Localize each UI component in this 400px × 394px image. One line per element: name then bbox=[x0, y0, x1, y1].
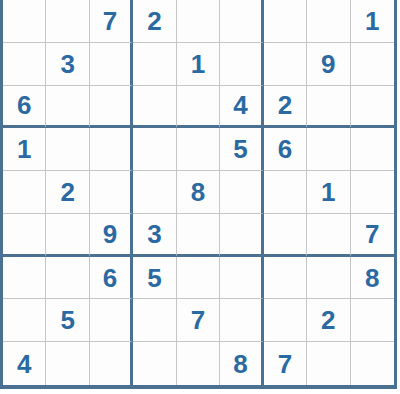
cell-r1c2[interactable] bbox=[46, 0, 89, 43]
cell-r4c2[interactable] bbox=[46, 128, 89, 171]
cell-r5c1[interactable] bbox=[3, 171, 46, 214]
cell-r6c2[interactable] bbox=[46, 214, 89, 257]
cell-r8c9[interactable] bbox=[351, 299, 394, 342]
cell-r1c4[interactable]: 2 bbox=[133, 0, 176, 43]
cell-r4c9[interactable] bbox=[351, 128, 394, 171]
cell-r2c5[interactable]: 1 bbox=[177, 43, 220, 86]
cell-r5c3[interactable] bbox=[90, 171, 133, 214]
cell-r9c5[interactable] bbox=[177, 342, 220, 385]
cell-r7c4[interactable]: 5 bbox=[133, 257, 176, 300]
cell-r6c9[interactable]: 7 bbox=[351, 214, 394, 257]
cell-r8c6[interactable] bbox=[220, 299, 263, 342]
cell-r7c3[interactable]: 6 bbox=[90, 257, 133, 300]
cell-r2c6[interactable] bbox=[220, 43, 263, 86]
cell-r4c7[interactable]: 6 bbox=[264, 128, 307, 171]
cell-r9c1[interactable]: 4 bbox=[3, 342, 46, 385]
cell-r2c7[interactable] bbox=[264, 43, 307, 86]
cell-r5c5[interactable]: 8 bbox=[177, 171, 220, 214]
cell-r7c1[interactable] bbox=[3, 257, 46, 300]
cell-r4c1[interactable]: 1 bbox=[3, 128, 46, 171]
cell-r3c2[interactable] bbox=[46, 86, 89, 129]
cell-r1c1[interactable] bbox=[3, 0, 46, 43]
cell-r6c1[interactable] bbox=[3, 214, 46, 257]
cell-r7c6[interactable] bbox=[220, 257, 263, 300]
cell-r3c1[interactable]: 6 bbox=[3, 86, 46, 129]
cell-r9c3[interactable] bbox=[90, 342, 133, 385]
cell-r4c3[interactable] bbox=[90, 128, 133, 171]
cell-r8c4[interactable] bbox=[133, 299, 176, 342]
cell-r7c9[interactable]: 8 bbox=[351, 257, 394, 300]
cell-r9c4[interactable] bbox=[133, 342, 176, 385]
cell-r2c8[interactable]: 9 bbox=[307, 43, 350, 86]
cell-r9c8[interactable] bbox=[307, 342, 350, 385]
cell-r3c4[interactable] bbox=[133, 86, 176, 129]
cell-r1c3[interactable]: 7 bbox=[90, 0, 133, 43]
cell-r4c5[interactable] bbox=[177, 128, 220, 171]
cell-r5c2[interactable]: 2 bbox=[46, 171, 89, 214]
cell-r8c3[interactable] bbox=[90, 299, 133, 342]
cell-r8c8[interactable]: 2 bbox=[307, 299, 350, 342]
cell-r2c9[interactable] bbox=[351, 43, 394, 86]
cell-r7c8[interactable] bbox=[307, 257, 350, 300]
cell-r1c9[interactable]: 1 bbox=[351, 0, 394, 43]
cell-r1c6[interactable] bbox=[220, 0, 263, 43]
cell-r5c4[interactable] bbox=[133, 171, 176, 214]
cell-r5c9[interactable] bbox=[351, 171, 394, 214]
cell-r5c7[interactable] bbox=[264, 171, 307, 214]
cell-r3c5[interactable] bbox=[177, 86, 220, 129]
cell-r6c5[interactable] bbox=[177, 214, 220, 257]
cell-r1c8[interactable] bbox=[307, 0, 350, 43]
cell-r2c2[interactable]: 3 bbox=[46, 43, 89, 86]
cell-r8c5[interactable]: 7 bbox=[177, 299, 220, 342]
cell-r3c9[interactable] bbox=[351, 86, 394, 129]
cell-r3c3[interactable] bbox=[90, 86, 133, 129]
cell-r9c6[interactable]: 8 bbox=[220, 342, 263, 385]
cell-r9c9[interactable] bbox=[351, 342, 394, 385]
cell-r4c4[interactable] bbox=[133, 128, 176, 171]
cell-r6c4[interactable]: 3 bbox=[133, 214, 176, 257]
cell-r2c3[interactable] bbox=[90, 43, 133, 86]
cell-r5c6[interactable] bbox=[220, 171, 263, 214]
cell-r6c8[interactable] bbox=[307, 214, 350, 257]
cell-r7c5[interactable] bbox=[177, 257, 220, 300]
cell-r6c3[interactable]: 9 bbox=[90, 214, 133, 257]
cell-r8c2[interactable]: 5 bbox=[46, 299, 89, 342]
cell-r4c8[interactable] bbox=[307, 128, 350, 171]
cell-r3c8[interactable] bbox=[307, 86, 350, 129]
cell-r2c4[interactable] bbox=[133, 43, 176, 86]
cell-r1c7[interactable] bbox=[264, 0, 307, 43]
cell-r8c7[interactable] bbox=[264, 299, 307, 342]
cell-r2c1[interactable] bbox=[3, 43, 46, 86]
cell-r6c7[interactable] bbox=[264, 214, 307, 257]
cell-r8c1[interactable] bbox=[3, 299, 46, 342]
cell-r9c2[interactable] bbox=[46, 342, 89, 385]
cell-r4c6[interactable]: 5 bbox=[220, 128, 263, 171]
cell-r6c6[interactable] bbox=[220, 214, 263, 257]
cell-r3c7[interactable]: 2 bbox=[264, 86, 307, 129]
cell-r7c7[interactable] bbox=[264, 257, 307, 300]
cell-r5c8[interactable]: 1 bbox=[307, 171, 350, 214]
cell-r9c7[interactable]: 7 bbox=[264, 342, 307, 385]
cell-r1c5[interactable] bbox=[177, 0, 220, 43]
sudoku-puzzle: 721319642156281937658572487 bbox=[0, 0, 400, 394]
sudoku-grid: 721319642156281937658572487 bbox=[0, 0, 397, 389]
cell-r3c6[interactable]: 4 bbox=[220, 86, 263, 129]
cell-r7c2[interactable] bbox=[46, 257, 89, 300]
